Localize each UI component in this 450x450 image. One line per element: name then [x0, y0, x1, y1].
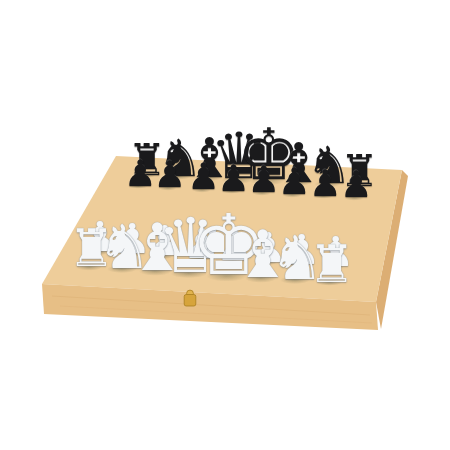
- black-pawn[interactable]: ♟: [309, 165, 342, 202]
- chess-set-photo: 87654321 abcdefgh ♜♞♝♛♚♝♞♜♟♟♟♟♟♟♟♟♟♟♟♟♟♟…: [0, 0, 450, 450]
- white-rook[interactable]: ♜: [308, 238, 354, 290]
- black-pawn[interactable]: ♟: [248, 162, 281, 199]
- black-pawn[interactable]: ♟: [217, 161, 250, 198]
- black-pawn[interactable]: ♟: [278, 164, 311, 201]
- black-pawn[interactable]: ♟: [340, 167, 373, 204]
- black-pawn[interactable]: ♟: [187, 159, 220, 196]
- black-pawn[interactable]: ♟: [153, 157, 186, 194]
- black-pawn[interactable]: ♟: [124, 156, 157, 193]
